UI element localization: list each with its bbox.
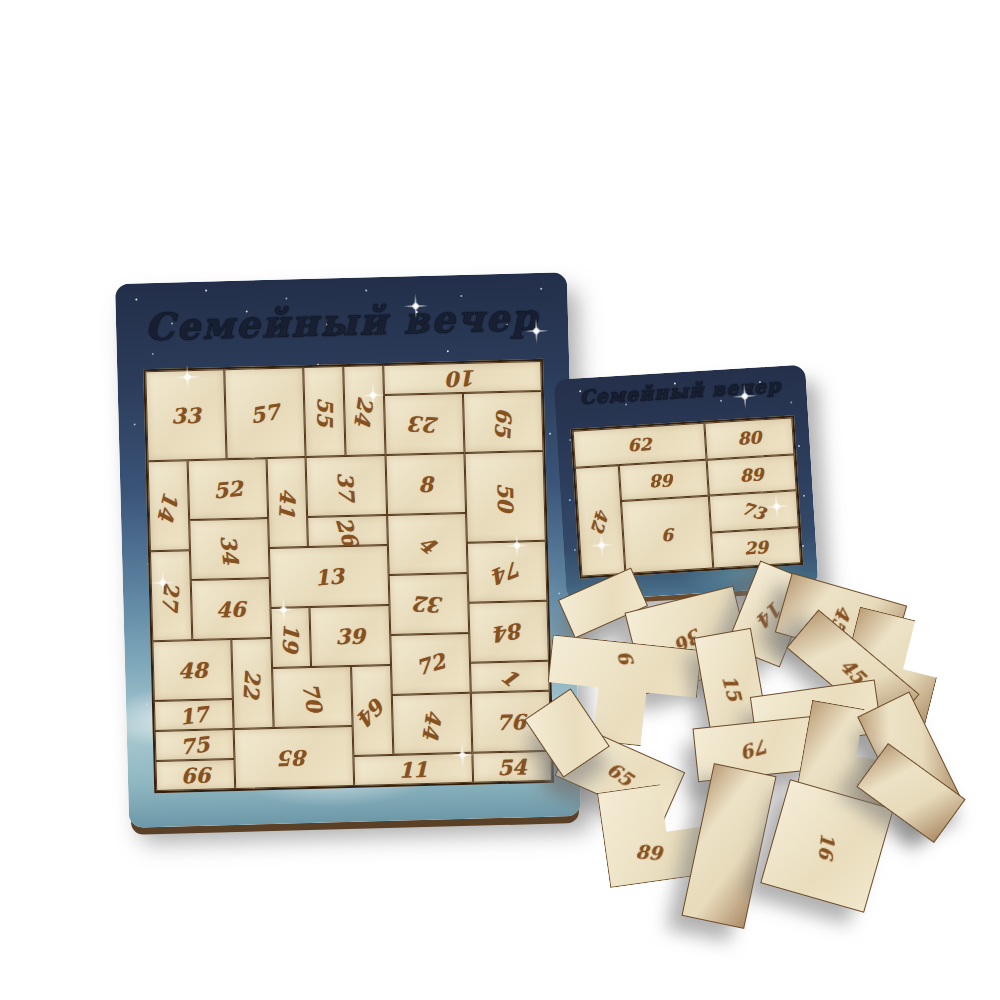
puzzle-piece-13[interactable]: 13 [269, 545, 389, 608]
piece-number: 4 [414, 530, 441, 559]
main-puzzle-board: Семейный вечер 3357552410236514524137850… [115, 272, 581, 828]
puzzle-piece-64[interactable]: 64 [351, 665, 393, 756]
piece-number: 79 [740, 735, 771, 763]
piece-number: 80 [737, 428, 762, 449]
puzzle-piece-80[interactable]: 80 [704, 417, 794, 459]
board-title: Семейный вечер [554, 373, 807, 410]
puzzle-piece-68[interactable]: 68 [619, 459, 709, 501]
puzzle-piece-32[interactable]: 32 [388, 573, 469, 635]
puzzle-piece-14[interactable]: 14 [148, 460, 190, 551]
puzzle-piece-75[interactable]: 75 [155, 729, 235, 761]
puzzle-piece-85[interactable]: 85 [234, 726, 354, 789]
piece-number: 74 [489, 555, 525, 589]
piece-number: 22 [239, 668, 266, 699]
puzzle-piece-55[interactable]: 55 [304, 366, 346, 457]
piece-number: 48 [178, 657, 208, 683]
puzzle-piece-44[interactable]: 44 [391, 693, 472, 755]
loose-puzzle-piece[interactable] [681, 763, 776, 929]
piece-number: 29 [744, 537, 769, 558]
puzzle-piece-17[interactable]: 17 [154, 699, 234, 731]
piece-number: 10 [447, 365, 478, 392]
piece-number: 16 [815, 832, 840, 861]
piece-number: 19 [277, 622, 304, 653]
piece-number: 89 [739, 464, 764, 485]
puzzle-piece-73[interactable]: 73 [709, 490, 799, 532]
board-title: Семейный вечер [116, 294, 569, 350]
puzzle-piece-42[interactable]: 42 [575, 465, 626, 577]
piece-number: 52 [212, 475, 243, 503]
piece-number: 65 [603, 757, 637, 790]
piece-number: 70 [297, 680, 327, 714]
piece-number: 68 [651, 469, 676, 490]
piece-number: 23 [409, 411, 440, 438]
puzzle-piece-29[interactable]: 29 [711, 527, 801, 569]
piece-number: 37 [333, 471, 360, 502]
piece-number: 84 [492, 617, 525, 646]
loose-pieces-pile: 3614456154565798916 [545, 580, 975, 930]
puzzle-piece-65[interactable]: 65 [463, 391, 544, 453]
piece-number: 75 [179, 731, 211, 759]
puzzle-piece-19[interactable]: 19 [270, 607, 311, 668]
piece-number: 27 [158, 580, 185, 611]
piece-number: 44 [417, 708, 446, 741]
piece-number: 34 [215, 533, 243, 565]
puzzle-piece-50[interactable]: 50 [464, 451, 546, 543]
puzzle-piece-27[interactable]: 27 [150, 550, 192, 641]
puzzle-piece-24[interactable]: 24 [343, 365, 385, 456]
puzzle-piece-6[interactable]: 6 [621, 496, 713, 574]
puzzle-piece-26[interactable]: 26 [308, 515, 388, 547]
piece-number: 32 [413, 591, 444, 618]
piece-number: 41 [274, 487, 301, 518]
puzzle-piece-34[interactable]: 34 [189, 518, 270, 580]
puzzle-piece-33[interactable]: 33 [145, 369, 227, 461]
piece-number: 24 [350, 394, 379, 427]
puzzle-piece-41[interactable]: 41 [266, 457, 308, 548]
piece-number: 39 [335, 623, 365, 649]
puzzle-piece-22[interactable]: 22 [231, 638, 273, 729]
puzzle-piece-39[interactable]: 39 [310, 605, 391, 667]
piece-number: 46 [216, 596, 246, 622]
puzzle-piece-37[interactable]: 37 [306, 455, 387, 517]
piece-number: 50 [492, 482, 518, 512]
piece-number: 1 [496, 662, 523, 691]
piece-number: 64 [353, 691, 391, 729]
puzzle-piece-4[interactable]: 4 [387, 513, 468, 575]
piece-number: 42 [587, 506, 613, 534]
puzzle-piece-84[interactable]: 84 [468, 601, 549, 663]
puzzle-piece-89[interactable]: 89 [707, 454, 797, 496]
small-puzzle-board: Семейный вечер 628042688973629 [553, 365, 818, 602]
puzzle-piece-72[interactable]: 72 [390, 633, 471, 695]
piece-number: 26 [331, 513, 363, 548]
puzzle-piece-46[interactable]: 46 [190, 578, 271, 640]
piece-number: 85 [279, 745, 309, 771]
puzzle-piece-23[interactable]: 23 [384, 393, 465, 455]
piece-number: 54 [497, 754, 527, 780]
piece-number: 65 [490, 407, 517, 438]
puzzle-piece-11[interactable]: 11 [353, 753, 473, 786]
piece-number: 76 [496, 709, 526, 735]
piece-number: 14 [153, 489, 184, 523]
piece-number: 17 [178, 701, 210, 730]
piece-number: 11 [398, 756, 428, 782]
puzzle-piece-70[interactable]: 70 [272, 666, 353, 728]
piece-number: 33 [171, 402, 201, 428]
piece-number: 13 [313, 563, 344, 591]
piece-number: 72 [413, 648, 448, 680]
piece-number: 62 [627, 434, 652, 455]
puzzle-piece-66[interactable]: 66 [155, 759, 235, 791]
piece-number: 6 [613, 649, 638, 667]
puzzle-piece-10[interactable]: 10 [383, 361, 542, 395]
piece-number: 6 [661, 524, 674, 545]
puzzle-piece-57[interactable]: 57 [224, 367, 306, 459]
puzzle-piece-8[interactable]: 8 [385, 453, 466, 515]
piece-number: 8 [418, 471, 433, 496]
piece-number: 57 [249, 398, 282, 427]
puzzle-piece-52[interactable]: 52 [187, 458, 268, 520]
puzzle-piece-48[interactable]: 48 [152, 639, 233, 701]
piece-number: 66 [180, 762, 210, 788]
puzzle-piece-1[interactable]: 1 [470, 661, 550, 693]
big-board-playfield: 3357552410236514524137850342642713744632… [143, 359, 554, 793]
small-board-playfield: 628042688973629 [570, 415, 803, 578]
piece-number: 55 [312, 397, 337, 426]
piece-number: 89 [635, 840, 663, 864]
piece-number: 15 [718, 672, 746, 703]
piece-number: 73 [740, 498, 768, 524]
puzzle-piece-54[interactable]: 54 [472, 751, 552, 783]
puzzle-piece-74[interactable]: 74 [467, 541, 548, 603]
